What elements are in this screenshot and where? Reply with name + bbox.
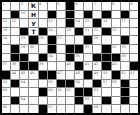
filled-letter: У <box>29 19 37 27</box>
cell-r3c6[interactable]: 13 <box>48 19 56 27</box>
clue-number: 31 <box>85 45 89 49</box>
black-cell-r11c5 <box>39 88 47 96</box>
clue-number: 22 <box>94 28 98 32</box>
cell-r3c2[interactable]: 12 <box>11 19 19 27</box>
cell-r2c7[interactable] <box>57 11 65 19</box>
cell-r4c7[interactable] <box>57 28 65 36</box>
black-cell-r12c12 <box>102 97 110 105</box>
clue-number: 12 <box>12 19 16 23</box>
black-cell-r5c4 <box>29 36 37 44</box>
clue-number: 25 <box>21 36 25 40</box>
clue-number: 29 <box>21 45 25 49</box>
cell-r9c3[interactable]: 45 <box>20 71 28 79</box>
cell-r6c4[interactable]: 30 <box>29 45 37 53</box>
clue-number: 20 <box>66 28 70 32</box>
cell-r7c10[interactable] <box>84 54 92 62</box>
cell-r10c6[interactable]: 55 <box>48 80 56 88</box>
cell-r1c10[interactable] <box>84 2 92 10</box>
clue-number: 56 <box>76 80 80 84</box>
cell-r13c7[interactable] <box>57 105 65 113</box>
black-cell-r7c2 <box>11 54 19 62</box>
clue-number: 58 <box>112 80 116 84</box>
cell-r9c14[interactable]: 51 <box>121 71 129 79</box>
cell-r5c12[interactable] <box>102 36 110 44</box>
cell-r12c8[interactable] <box>66 97 74 105</box>
clue-number: 42 <box>94 62 98 66</box>
cell-r13c15[interactable] <box>130 105 138 113</box>
black-cell-r6c8 <box>66 45 74 53</box>
cell-r1c7[interactable]: 5 <box>57 2 65 10</box>
cell-r10c12[interactable]: 57 <box>102 80 110 88</box>
black-cell-r6c12 <box>102 45 110 53</box>
cell-r10c4[interactable] <box>29 80 37 88</box>
clue-number: 10 <box>21 11 25 15</box>
clue-number: 55 <box>48 80 52 84</box>
cell-r9c7[interactable]: 47 <box>57 71 65 79</box>
cell-r1c2[interactable] <box>11 2 19 10</box>
black-cell-r2c10 <box>84 11 92 19</box>
black-cell-r2c14 <box>121 11 129 19</box>
cell-r11c4[interactable] <box>29 88 37 96</box>
black-cell-r9c5 <box>39 71 47 79</box>
clue-number: 53 <box>3 80 7 84</box>
cell-r13c1[interactable]: 66 <box>2 105 10 113</box>
black-cell-r3c11 <box>93 19 101 27</box>
clue-number: 59 <box>3 88 7 92</box>
cell-r12c7[interactable] <box>57 97 65 105</box>
clue-number: 54 <box>21 80 25 84</box>
cell-r5c13[interactable] <box>112 36 120 44</box>
clue-number: 34 <box>48 54 52 58</box>
cell-r8c1[interactable]: 37 <box>2 62 10 70</box>
cell-r1c9[interactable]: 6 <box>75 2 83 10</box>
cell-r6c11[interactable] <box>93 45 101 53</box>
clue-number: 1 <box>3 2 5 6</box>
clue-number: 63 <box>94 88 98 92</box>
clue-number: 50 <box>103 71 107 75</box>
clue-number: 5 <box>57 2 59 6</box>
cell-r9c11[interactable]: 49 <box>93 71 101 79</box>
black-cell-r13c10 <box>84 105 92 113</box>
cell-r11c11[interactable]: 63 <box>93 88 101 96</box>
black-cell-r9c10 <box>84 71 92 79</box>
cell-r1c1[interactable]: 1 <box>2 2 10 10</box>
clue-number: 26 <box>39 36 43 40</box>
clue-number: 60 <box>48 88 52 92</box>
cell-r3c12[interactable]: 16 <box>102 19 110 27</box>
black-cell-r9c1 <box>2 71 10 79</box>
clue-number: 48 <box>76 71 80 75</box>
black-cell-r2c6 <box>48 11 56 19</box>
cell-r4c4[interactable]: Т <box>29 28 37 36</box>
clue-number: 46 <box>30 71 34 75</box>
cell-r7c4[interactable] <box>29 54 37 62</box>
black-cell-r5c10 <box>84 36 92 44</box>
black-cell-r7c8 <box>66 54 74 62</box>
black-cell-r11c14 <box>121 88 129 96</box>
cell-r6c10[interactable]: 31 <box>84 45 92 53</box>
clue-number: 67 <box>48 105 52 109</box>
cell-r4c15[interactable] <box>130 28 138 36</box>
cell-r5c15[interactable] <box>130 36 138 44</box>
clue-number: 57 <box>103 80 107 84</box>
cell-r1c5[interactable]: 4 <box>39 2 47 10</box>
black-cell-r4c9 <box>75 28 83 36</box>
cell-r11c8[interactable]: 62 <box>66 88 74 96</box>
cell-r9c8[interactable] <box>66 71 74 79</box>
cell-r4c13[interactable]: 23 <box>112 28 120 36</box>
cell-r11c6[interactable]: 60 <box>48 88 56 96</box>
black-cell-r12c14 <box>121 97 129 105</box>
black-cell-r2c12 <box>102 11 110 19</box>
cell-r3c13[interactable] <box>112 19 120 27</box>
clue-number: 27 <box>57 36 61 40</box>
clue-number: 21 <box>85 28 89 32</box>
cell-r10c13[interactable]: 58 <box>112 80 120 88</box>
cell-r6c15[interactable] <box>130 45 138 53</box>
cell-r4c6[interactable]: 19 <box>48 28 56 36</box>
cell-r2c15[interactable] <box>130 11 138 19</box>
clue-number: 68 <box>94 105 98 109</box>
filled-letter: Т <box>29 28 37 36</box>
cell-r5c5[interactable]: 26 <box>39 36 47 44</box>
cell-r10c10[interactable] <box>84 80 92 88</box>
cell-r3c14[interactable]: 17 <box>121 19 129 27</box>
filled-letter: К <box>29 2 37 10</box>
cell-r2c4[interactable]: Н <box>29 11 37 19</box>
cell-r12c6[interactable] <box>48 97 56 105</box>
black-cell-r12c2 <box>11 97 19 105</box>
clue-number: 13 <box>48 19 52 23</box>
clue-number: 44 <box>12 71 16 75</box>
cell-r8c2[interactable]: 38 <box>11 62 19 70</box>
clue-number: 40 <box>66 62 70 66</box>
cell-r5c9[interactable] <box>75 36 83 44</box>
clue-number: 17 <box>121 19 125 23</box>
clue-number: 15 <box>85 19 89 23</box>
cell-r13c9[interactable] <box>75 105 83 113</box>
clue-number: 47 <box>57 71 61 75</box>
cell-r4c11[interactable]: 22 <box>93 28 101 36</box>
clue-number: 64 <box>21 97 25 101</box>
cell-r13c6[interactable]: 67 <box>48 105 56 113</box>
clue-number: 52 <box>130 71 134 75</box>
clue-number: 18 <box>3 28 7 32</box>
black-cell-r5c6 <box>48 36 56 44</box>
black-cell-r3c8 <box>66 19 74 27</box>
cell-r3c3[interactable] <box>20 19 28 27</box>
cell-r3c10[interactable]: 15 <box>84 19 92 27</box>
clue-number: 24 <box>3 36 7 40</box>
cell-r3c9[interactable]: 14 <box>75 19 83 27</box>
cell-r7c6[interactable]: 34 <box>48 54 56 62</box>
black-cell-r7c11 <box>93 54 101 62</box>
cell-r12c15[interactable] <box>130 97 138 105</box>
black-cell-r10c14 <box>121 80 129 88</box>
cell-r4c1[interactable]: 18 <box>2 28 10 36</box>
cell-r5c8[interactable] <box>66 36 74 44</box>
cell-r1c12[interactable] <box>102 2 110 10</box>
clue-number: 49 <box>94 71 98 75</box>
black-cell-r6c2 <box>11 45 19 53</box>
cell-r10c9[interactable]: 56 <box>75 80 83 88</box>
cell-r7c7[interactable] <box>57 54 65 62</box>
cell-r6c5[interactable] <box>39 45 47 53</box>
clue-number: 28 <box>94 36 98 40</box>
cell-r9c2[interactable]: 44 <box>11 71 19 79</box>
cell-r6c13[interactable]: 32 <box>112 45 120 53</box>
cell-r3c5[interactable] <box>39 19 47 27</box>
black-cell-r1c8 <box>66 2 74 10</box>
clue-number: 45 <box>21 71 25 75</box>
cell-r9c4[interactable]: 46 <box>29 71 37 79</box>
black-cell-r12c9 <box>75 97 83 105</box>
cell-r2c3[interactable]: 10 <box>20 11 28 19</box>
black-cell-r9c13 <box>112 71 120 79</box>
cell-r5c2[interactable] <box>11 36 19 44</box>
clue-number: 62 <box>66 88 70 92</box>
cell-r3c1[interactable]: 11 <box>2 19 10 27</box>
black-cell-r9c6 <box>48 71 56 79</box>
black-cell-r7c5 <box>39 54 47 62</box>
clue-number: 41 <box>85 62 89 66</box>
black-cell-r5c14 <box>121 36 129 44</box>
black-cell-r11c9 <box>75 88 83 96</box>
black-cell-r10c8 <box>66 80 74 88</box>
clue-number: 23 <box>112 28 116 32</box>
black-cell-r8c4 <box>29 62 37 70</box>
black-cell-r10c11 <box>93 80 101 88</box>
black-cell-r4c5 <box>39 28 47 36</box>
black-cell-r11c10 <box>84 88 92 96</box>
cell-r8c10[interactable]: 41 <box>84 62 92 70</box>
cell-r12c1[interactable] <box>2 97 10 105</box>
cell-r5c1[interactable]: 24 <box>2 36 10 44</box>
cell-r10c5[interactable] <box>39 80 47 88</box>
cell-r9c12[interactable]: 50 <box>102 71 110 79</box>
cell-r1c15[interactable]: 9 <box>130 2 138 10</box>
clue-number: 6 <box>76 2 78 6</box>
clue-number: 16 <box>103 19 107 23</box>
cell-r13c4[interactable] <box>29 105 37 113</box>
cell-r8c7[interactable] <box>57 62 65 70</box>
cell-r2c13[interactable] <box>112 11 120 19</box>
cell-r6c14[interactable]: 33 <box>121 45 129 53</box>
clue-number: 33 <box>121 45 125 49</box>
cell-r10c15[interactable] <box>130 80 138 88</box>
cell-r5c7[interactable]: 27 <box>57 36 65 44</box>
cell-r12c13[interactable] <box>112 97 120 105</box>
cell-r8c5[interactable]: 39 <box>39 62 47 70</box>
clue-number: 61 <box>57 88 61 92</box>
cell-r4c10[interactable]: 21 <box>84 28 92 36</box>
cell-r5c3[interactable]: 25 <box>20 36 28 44</box>
cell-r11c3[interactable] <box>20 88 28 96</box>
cell-r8c11[interactable]: 42 <box>93 62 101 70</box>
cell-r3c4[interactable]: У <box>29 19 37 27</box>
clue-number: 11 <box>3 19 7 23</box>
cell-r13c11[interactable]: 68 <box>93 105 101 113</box>
black-cell-r6c9 <box>75 45 83 53</box>
cell-r12c5[interactable] <box>39 97 47 105</box>
cell-r6c7[interactable] <box>57 45 65 53</box>
cell-r9c9[interactable]: 48 <box>75 71 83 79</box>
clue-number: 19 <box>48 28 52 32</box>
cell-r2c11[interactable] <box>93 11 101 19</box>
cell-r8c13[interactable]: 43 <box>112 62 120 70</box>
cell-r1c11[interactable]: 7 <box>93 2 101 10</box>
clue-number: 43 <box>112 62 116 66</box>
cell-r11c1[interactable]: 59 <box>2 88 10 96</box>
cell-r13c12[interactable] <box>102 105 110 113</box>
clue-number: 2 <box>21 2 23 6</box>
cell-r3c15[interactable] <box>130 19 138 27</box>
cell-r2c9[interactable] <box>75 11 83 19</box>
black-cell-r4c3 <box>20 28 28 36</box>
cell-r1c4[interactable]: 3К <box>29 2 37 10</box>
cell-r13c2[interactable] <box>11 105 19 113</box>
clue-number: 14 <box>76 19 80 23</box>
cell-r1c13[interactable]: 8 <box>112 2 120 10</box>
clue-number: 4 <box>39 2 41 6</box>
clue-number: 9 <box>130 2 132 6</box>
cell-r11c2[interactable] <box>11 88 19 96</box>
clue-number: 66 <box>3 105 7 109</box>
cell-r4c2[interactable] <box>11 28 19 36</box>
cell-r12c10[interactable]: 65 <box>84 97 92 105</box>
black-cell-r8c12 <box>102 62 110 70</box>
filled-letter: Н <box>29 11 37 19</box>
cell-r7c15[interactable] <box>130 54 138 62</box>
cell-r11c12[interactable] <box>102 88 110 96</box>
cell-r10c3[interactable]: 54 <box>20 80 28 88</box>
clue-number: 32 <box>112 45 116 49</box>
cell-r13c8[interactable] <box>66 105 74 113</box>
cell-r12c11[interactable] <box>93 97 101 105</box>
clue-number: 35 <box>76 54 80 58</box>
black-cell-r8c3 <box>20 62 28 70</box>
cell-r13c14[interactable] <box>121 105 129 113</box>
cell-r7c14[interactable]: 36 <box>121 54 129 62</box>
cell-r7c9[interactable]: 35 <box>75 54 83 62</box>
cell-r1c6[interactable] <box>48 2 56 10</box>
clue-number: 51 <box>121 71 125 75</box>
clue-number: 37 <box>3 62 7 66</box>
cell-r1c14[interactable] <box>121 2 129 10</box>
cell-r2c1[interactable] <box>2 11 10 19</box>
cell-r11c13[interactable] <box>112 88 120 96</box>
black-cell-r8c15 <box>130 62 138 70</box>
cell-r4c8[interactable]: 20 <box>66 28 74 36</box>
black-cell-r7c12 <box>102 54 110 62</box>
black-cell-r6c6 <box>48 45 56 53</box>
cell-r13c3[interactable] <box>20 105 28 113</box>
clue-number: 39 <box>39 62 43 66</box>
cell-r3c7[interactable] <box>57 19 65 27</box>
clue-number: 36 <box>121 54 125 58</box>
cell-r8c6[interactable] <box>48 62 56 70</box>
cell-r8c8[interactable]: 40 <box>66 62 74 70</box>
cell-r6c3[interactable]: 29 <box>20 45 28 53</box>
clue-number: 30 <box>30 45 34 49</box>
cell-r13c13[interactable] <box>112 105 120 113</box>
black-cell-r8c9 <box>75 62 83 70</box>
black-cell-r7c13 <box>112 54 120 62</box>
black-cell-r7c3 <box>20 54 28 62</box>
cell-r6c1[interactable] <box>2 45 10 53</box>
clue-number: 8 <box>112 2 114 6</box>
clue-number: 65 <box>85 97 89 101</box>
cell-r11c15[interactable] <box>130 88 138 96</box>
crossword-grid: 123К45678910Н1112У131415161718Т192021222… <box>0 0 140 115</box>
cell-r8c14[interactable] <box>121 62 129 70</box>
cell-r11c7[interactable]: 61 <box>57 88 65 96</box>
clue-number: 7 <box>94 2 96 6</box>
cell-r12c3[interactable]: 64 <box>20 97 28 105</box>
black-cell-r4c12 <box>102 28 110 36</box>
cell-r5c11[interactable]: 28 <box>93 36 101 44</box>
cell-r2c5[interactable] <box>39 11 47 19</box>
clue-number: 38 <box>12 62 16 66</box>
black-cell-r2c2 <box>11 11 19 19</box>
black-cell-r10c7 <box>57 80 65 88</box>
black-cell-r2c8 <box>66 11 74 19</box>
black-cell-r10c2 <box>11 80 19 88</box>
cell-r1c3[interactable]: 2 <box>20 2 28 10</box>
cell-r7c1[interactable] <box>2 54 10 62</box>
cell-r9c15[interactable]: 52 <box>130 71 138 79</box>
black-cell-r13c5 <box>39 105 47 113</box>
cell-r10c1[interactable]: 53 <box>2 80 10 88</box>
cell-r12c4[interactable] <box>29 97 37 105</box>
cell-r4c14[interactable] <box>121 28 129 36</box>
